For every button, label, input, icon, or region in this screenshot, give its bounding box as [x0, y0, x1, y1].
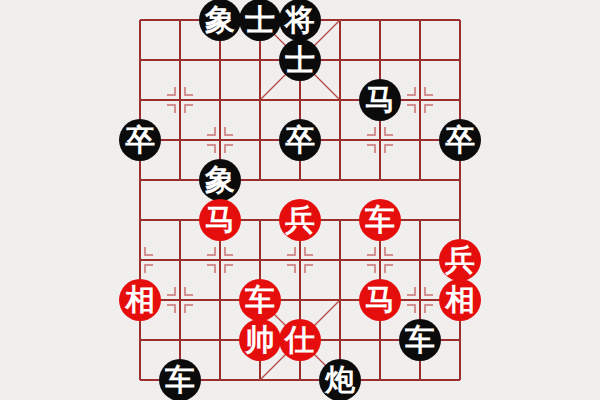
black-advisor[interactable]: 士	[239, 0, 281, 41]
black-soldier[interactable]: 卒	[279, 119, 321, 161]
red-elephant[interactable]: 相	[439, 279, 481, 321]
black-soldier[interactable]: 卒	[439, 119, 481, 161]
board-grid: 象士将士马卒卒卒象马兵车兵相车马相帅仕车车炮	[120, 0, 480, 400]
black-elephant[interactable]: 象	[199, 0, 241, 41]
black-general[interactable]: 将	[279, 0, 321, 41]
black-chariot[interactable]: 车	[159, 359, 201, 400]
red-horse[interactable]: 马	[359, 279, 401, 321]
xiangqi-board: 象士将士马卒卒卒象马兵车兵相车马相帅仕车车炮	[0, 0, 600, 400]
black-soldier[interactable]: 卒	[119, 119, 161, 161]
red-chariot[interactable]: 车	[359, 199, 401, 241]
red-elephant[interactable]: 相	[119, 279, 161, 321]
red-soldier[interactable]: 兵	[279, 199, 321, 241]
black-cannon[interactable]: 炮	[319, 359, 361, 400]
red-horse[interactable]: 马	[199, 199, 241, 241]
red-advisor[interactable]: 仕	[279, 319, 321, 361]
black-horse[interactable]: 马	[359, 79, 401, 121]
red-soldier[interactable]: 兵	[439, 239, 481, 281]
black-elephant[interactable]: 象	[199, 159, 241, 201]
black-advisor[interactable]: 士	[279, 39, 321, 81]
red-chariot[interactable]: 车	[239, 279, 281, 321]
black-chariot[interactable]: 车	[399, 319, 441, 361]
red-general[interactable]: 帅	[239, 319, 281, 361]
